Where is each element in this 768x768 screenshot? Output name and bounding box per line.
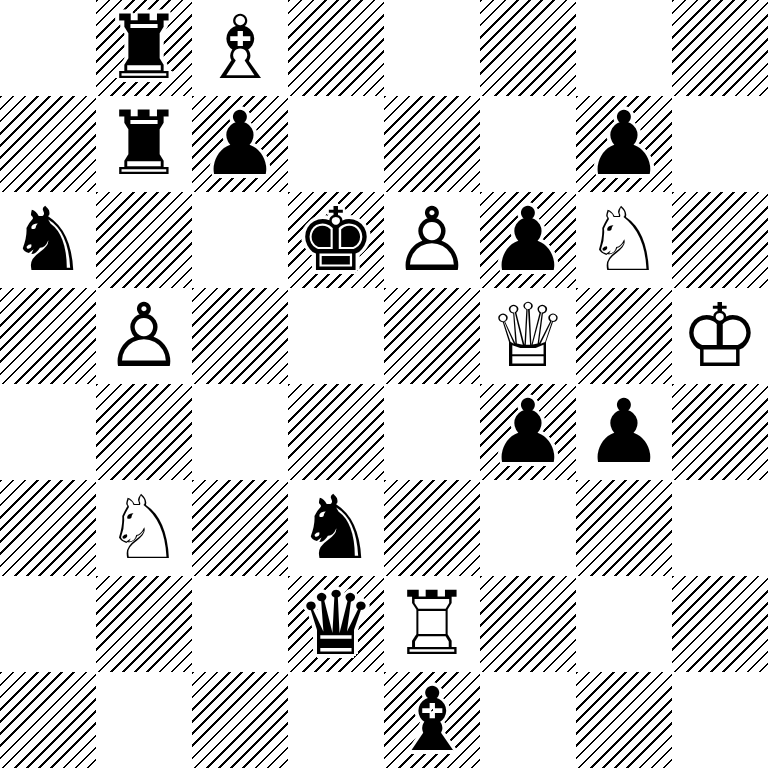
square-e5[interactable] [384, 288, 480, 384]
square-c4[interactable] [192, 384, 288, 480]
square-c2[interactable] [192, 576, 288, 672]
piece-black-pawn: ♟ [585, 384, 664, 480]
square-g3[interactable] [576, 480, 672, 576]
square-g4[interactable]: ♟ [576, 384, 672, 480]
square-d5[interactable] [288, 288, 384, 384]
square-f7[interactable] [480, 96, 576, 192]
square-h5[interactable]: ♔ [672, 288, 768, 384]
square-h3[interactable] [672, 480, 768, 576]
square-d7[interactable] [288, 96, 384, 192]
square-d2[interactable]: ♛ [288, 576, 384, 672]
piece-white-pawn: ♙ [105, 288, 184, 384]
square-a7[interactable] [0, 96, 96, 192]
square-e8[interactable] [384, 0, 480, 96]
square-e6[interactable]: ♙ [384, 192, 480, 288]
square-c8[interactable]: ♗ [192, 0, 288, 96]
piece-black-knight: ♞ [297, 480, 376, 576]
square-c7[interactable]: ♟ [192, 96, 288, 192]
square-b8[interactable]: ♜ [96, 0, 192, 96]
square-d8[interactable] [288, 0, 384, 96]
piece-black-queen: ♛ [297, 576, 376, 672]
square-a1[interactable] [0, 672, 96, 768]
square-f1[interactable] [480, 672, 576, 768]
square-c6[interactable] [192, 192, 288, 288]
square-f4[interactable]: ♟ [480, 384, 576, 480]
square-h8[interactable] [672, 0, 768, 96]
square-b2[interactable] [96, 576, 192, 672]
square-c5[interactable] [192, 288, 288, 384]
square-h6[interactable] [672, 192, 768, 288]
piece-white-rook: ♖ [393, 576, 472, 672]
square-e4[interactable] [384, 384, 480, 480]
piece-white-pawn: ♙ [393, 192, 472, 288]
square-h2[interactable] [672, 576, 768, 672]
square-a6[interactable]: ♞ [0, 192, 96, 288]
square-a5[interactable] [0, 288, 96, 384]
square-c1[interactable] [192, 672, 288, 768]
square-f3[interactable] [480, 480, 576, 576]
square-b4[interactable] [96, 384, 192, 480]
square-f5[interactable]: ♕ [480, 288, 576, 384]
square-b3[interactable]: ♘ [96, 480, 192, 576]
square-e7[interactable] [384, 96, 480, 192]
piece-white-bishop: ♗ [201, 0, 280, 96]
square-f6[interactable]: ♟ [480, 192, 576, 288]
square-e1[interactable]: ♝ [384, 672, 480, 768]
square-a8[interactable] [0, 0, 96, 96]
square-e3[interactable] [384, 480, 480, 576]
square-g5[interactable] [576, 288, 672, 384]
piece-black-knight: ♞ [9, 192, 88, 288]
square-a3[interactable] [0, 480, 96, 576]
square-h1[interactable] [672, 672, 768, 768]
square-c3[interactable] [192, 480, 288, 576]
square-b7[interactable]: ♜ [96, 96, 192, 192]
piece-black-king: ♚ [297, 192, 376, 288]
square-d1[interactable] [288, 672, 384, 768]
square-b6[interactable] [96, 192, 192, 288]
square-h4[interactable] [672, 384, 768, 480]
square-d6[interactable]: ♚ [288, 192, 384, 288]
square-b5[interactable]: ♙ [96, 288, 192, 384]
piece-black-rook: ♜ [105, 0, 184, 96]
square-d4[interactable] [288, 384, 384, 480]
square-f8[interactable] [480, 0, 576, 96]
square-e2[interactable]: ♖ [384, 576, 480, 672]
piece-black-pawn: ♟ [585, 96, 664, 192]
square-g1[interactable] [576, 672, 672, 768]
square-h7[interactable] [672, 96, 768, 192]
square-a4[interactable] [0, 384, 96, 480]
square-d3[interactable]: ♞ [288, 480, 384, 576]
piece-black-pawn: ♟ [489, 384, 568, 480]
square-g7[interactable]: ♟ [576, 96, 672, 192]
piece-black-pawn: ♟ [201, 96, 280, 192]
piece-white-queen: ♕ [489, 288, 568, 384]
square-g2[interactable] [576, 576, 672, 672]
piece-black-pawn: ♟ [489, 192, 568, 288]
square-g8[interactable] [576, 0, 672, 96]
piece-white-knight: ♘ [585, 192, 664, 288]
square-b1[interactable] [96, 672, 192, 768]
piece-white-king: ♔ [681, 288, 760, 384]
piece-white-knight: ♘ [105, 480, 184, 576]
square-f2[interactable] [480, 576, 576, 672]
piece-black-rook: ♜ [105, 96, 184, 192]
chess-board: ♜♗♜♟♟♞♚♙♟♘♙♕♔♟♟♘♞♛♖♝ [0, 0, 768, 768]
piece-black-bishop: ♝ [393, 672, 472, 768]
square-g6[interactable]: ♘ [576, 192, 672, 288]
square-a2[interactable] [0, 576, 96, 672]
